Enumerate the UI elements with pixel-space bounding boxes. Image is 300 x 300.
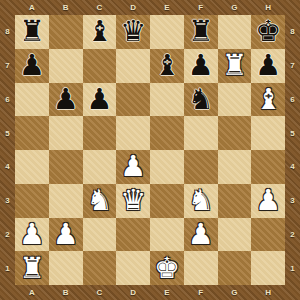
- rank-label-3-right: 3: [285, 184, 300, 218]
- file-label-a-top: A: [15, 0, 49, 15]
- square-f7[interactable]: ♟: [184, 49, 218, 83]
- piece-white-pawn[interactable]: ♟: [19, 218, 45, 251]
- piece-white-bishop[interactable]: ♝: [255, 83, 281, 116]
- square-d8[interactable]: ♛: [116, 15, 150, 49]
- rank-label-8-right: 8: [285, 15, 300, 49]
- square-b5[interactable]: [49, 116, 83, 150]
- square-d6[interactable]: [116, 83, 150, 117]
- square-e7[interactable]: ♝: [150, 49, 184, 83]
- rank-labels-left: 87654321: [0, 15, 15, 285]
- file-label-a-bottom: A: [15, 285, 49, 300]
- square-h6[interactable]: ♝: [251, 83, 285, 117]
- file-label-c-bottom: C: [83, 285, 117, 300]
- square-c2[interactable]: [83, 218, 117, 252]
- file-labels-bottom: ABCDEFGH: [15, 285, 285, 300]
- square-d5[interactable]: [116, 116, 150, 150]
- piece-black-knight[interactable]: ♞: [188, 83, 214, 116]
- square-a2[interactable]: ♟: [15, 218, 49, 252]
- square-e8[interactable]: [150, 15, 184, 49]
- piece-black-pawn[interactable]: ♟: [255, 49, 281, 82]
- square-g3[interactable]: [218, 184, 252, 218]
- square-c5[interactable]: [83, 116, 117, 150]
- square-e5[interactable]: [150, 116, 184, 150]
- square-g6[interactable]: [218, 83, 252, 117]
- square-c3[interactable]: ♞: [83, 184, 117, 218]
- square-a1[interactable]: ♜: [15, 251, 49, 285]
- piece-black-rook[interactable]: ♜: [19, 15, 45, 48]
- piece-white-knight[interactable]: ♞: [188, 184, 214, 217]
- file-labels-top: ABCDEFGH: [15, 0, 285, 15]
- square-e1[interactable]: ♚: [150, 251, 184, 285]
- square-d2[interactable]: [116, 218, 150, 252]
- square-c6[interactable]: ♟: [83, 83, 117, 117]
- square-a7[interactable]: ♟: [15, 49, 49, 83]
- square-c8[interactable]: ♝: [83, 15, 117, 49]
- rank-label-4-right: 4: [285, 150, 300, 184]
- square-e2[interactable]: [150, 218, 184, 252]
- piece-white-king[interactable]: ♚: [154, 252, 180, 285]
- rank-label-4-left: 4: [0, 150, 15, 184]
- square-d3[interactable]: ♛: [116, 184, 150, 218]
- square-g5[interactable]: [218, 116, 252, 150]
- square-a4[interactable]: [15, 150, 49, 184]
- square-a6[interactable]: [15, 83, 49, 117]
- file-label-h-bottom: H: [251, 285, 285, 300]
- chess-board-frame: ABCDEFGH ABCDEFGH 87654321 87654321 ♜♝♛♜…: [0, 0, 300, 300]
- rank-label-3-left: 3: [0, 184, 15, 218]
- rank-label-5-right: 5: [285, 116, 300, 150]
- square-e6[interactable]: [150, 83, 184, 117]
- square-c7[interactable]: [83, 49, 117, 83]
- square-c1[interactable]: [83, 251, 117, 285]
- square-e4[interactable]: [150, 150, 184, 184]
- piece-black-bishop[interactable]: ♝: [154, 49, 180, 82]
- square-b6[interactable]: ♟: [49, 83, 83, 117]
- square-h5[interactable]: [251, 116, 285, 150]
- file-label-h-top: H: [251, 0, 285, 15]
- rank-label-7-left: 7: [0, 49, 15, 83]
- square-b3[interactable]: [49, 184, 83, 218]
- square-g4[interactable]: [218, 150, 252, 184]
- square-f4[interactable]: [184, 150, 218, 184]
- square-f6[interactable]: ♞: [184, 83, 218, 117]
- piece-black-pawn[interactable]: ♟: [188, 49, 214, 82]
- square-b2[interactable]: ♟: [49, 218, 83, 252]
- piece-black-rook[interactable]: ♜: [188, 15, 214, 48]
- rank-label-6-left: 6: [0, 83, 15, 117]
- rank-label-2-right: 2: [285, 218, 300, 252]
- piece-black-king[interactable]: ♚: [255, 15, 281, 48]
- rank-label-6-right: 6: [285, 83, 300, 117]
- square-b8[interactable]: [49, 15, 83, 49]
- file-label-e-bottom: E: [150, 285, 184, 300]
- piece-white-pawn[interactable]: ♟: [255, 184, 281, 217]
- file-label-d-bottom: D: [116, 285, 150, 300]
- file-label-f-bottom: F: [184, 285, 218, 300]
- square-a3[interactable]: [15, 184, 49, 218]
- piece-black-pawn[interactable]: ♟: [19, 49, 45, 82]
- square-e3[interactable]: [150, 184, 184, 218]
- square-g2[interactable]: [218, 218, 252, 252]
- square-g7[interactable]: ♜: [218, 49, 252, 83]
- file-label-f-top: F: [184, 0, 218, 15]
- square-h1[interactable]: [251, 251, 285, 285]
- piece-white-pawn[interactable]: ♟: [53, 218, 79, 251]
- file-label-e-top: E: [150, 0, 184, 15]
- square-b7[interactable]: [49, 49, 83, 83]
- file-label-c-top: C: [83, 0, 117, 15]
- square-f8[interactable]: ♜: [184, 15, 218, 49]
- piece-white-rook[interactable]: ♜: [221, 49, 247, 82]
- rank-label-1-right: 1: [285, 251, 300, 285]
- piece-black-pawn[interactable]: ♟: [53, 83, 79, 116]
- square-c4[interactable]: [83, 150, 117, 184]
- square-g8[interactable]: [218, 15, 252, 49]
- piece-white-knight[interactable]: ♞: [86, 184, 112, 217]
- square-f1[interactable]: [184, 251, 218, 285]
- square-a5[interactable]: [15, 116, 49, 150]
- file-label-d-top: D: [116, 0, 150, 15]
- rank-label-2-left: 2: [0, 218, 15, 252]
- piece-black-pawn[interactable]: ♟: [86, 83, 112, 116]
- square-h3[interactable]: ♟: [251, 184, 285, 218]
- square-h2[interactable]: [251, 218, 285, 252]
- square-f3[interactable]: ♞: [184, 184, 218, 218]
- square-f2[interactable]: ♟: [184, 218, 218, 252]
- rank-label-8-left: 8: [0, 15, 15, 49]
- square-d1[interactable]: [116, 251, 150, 285]
- file-label-g-bottom: G: [218, 285, 252, 300]
- rank-label-5-left: 5: [0, 116, 15, 150]
- square-h8[interactable]: ♚: [251, 15, 285, 49]
- piece-white-pawn[interactable]: ♟: [188, 218, 214, 251]
- piece-white-queen[interactable]: ♛: [120, 184, 146, 217]
- piece-white-rook[interactable]: ♜: [19, 252, 45, 285]
- rank-labels-right: 87654321: [285, 15, 300, 285]
- file-label-b-top: B: [49, 0, 83, 15]
- square-h7[interactable]: ♟: [251, 49, 285, 83]
- square-d4[interactable]: ♟: [116, 150, 150, 184]
- chess-board: ♜♝♛♜♚♟♝♟♜♟♟♟♞♝♟♞♛♞♟♟♟♟♜♚: [15, 15, 285, 285]
- piece-black-bishop[interactable]: ♝: [86, 15, 112, 48]
- piece-white-pawn[interactable]: ♟: [120, 150, 146, 183]
- square-f5[interactable]: [184, 116, 218, 150]
- square-h4[interactable]: [251, 150, 285, 184]
- file-label-g-top: G: [218, 0, 252, 15]
- piece-black-queen[interactable]: ♛: [120, 15, 146, 48]
- square-a8[interactable]: ♜: [15, 15, 49, 49]
- rank-label-1-left: 1: [0, 251, 15, 285]
- square-b4[interactable]: [49, 150, 83, 184]
- square-b1[interactable]: [49, 251, 83, 285]
- square-g1[interactable]: [218, 251, 252, 285]
- square-d7[interactable]: [116, 49, 150, 83]
- rank-label-7-right: 7: [285, 49, 300, 83]
- file-label-b-bottom: B: [49, 285, 83, 300]
